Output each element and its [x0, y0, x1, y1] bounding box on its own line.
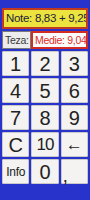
key-comma[interactable]: , [61, 159, 88, 184]
key-clear[interactable]: C [2, 132, 29, 157]
key-7[interactable]: 7 [2, 105, 29, 130]
info-button[interactable]: Info [2, 159, 29, 184]
key-1[interactable]: 1 [2, 51, 29, 76]
key-4[interactable]: 4 [2, 78, 29, 103]
keypad: 1 2 3 4 5 6 7 8 9 C 10 ← Info 0 , [2, 51, 88, 184]
key-9[interactable]: 9 [61, 105, 88, 130]
grades-note-bar: Note: 8,83 + 9,25 [2, 8, 88, 29]
backspace-arrow-icon[interactable]: ← [61, 132, 88, 157]
teza-label: Teza: [2, 31, 31, 49]
key-2[interactable]: 2 [31, 51, 58, 76]
medie-average-display: Medie: 9,04 [31, 31, 88, 49]
key-10[interactable]: 10 [31, 132, 58, 157]
key-5[interactable]: 5 [31, 78, 58, 103]
status-row: Teza: Medie: 9,04 [2, 31, 88, 49]
key-6[interactable]: 6 [61, 78, 88, 103]
key-8[interactable]: 8 [31, 105, 58, 130]
app-screen: Note: 8,83 + 9,25 Teza: Medie: 9,04 1 2 … [0, 0, 90, 200]
key-0[interactable]: 0 [31, 159, 58, 184]
key-3[interactable]: 3 [61, 51, 88, 76]
